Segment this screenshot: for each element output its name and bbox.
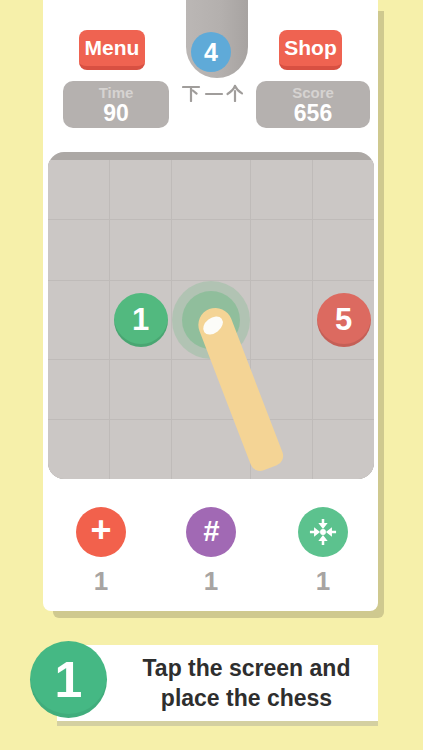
cell-r2c3[interactable] bbox=[172, 220, 250, 279]
powerup-collapse: 1 bbox=[298, 507, 348, 597]
cell-r3c4[interactable] bbox=[251, 281, 312, 359]
score-label: Score bbox=[256, 85, 370, 101]
cell-r5c2[interactable] bbox=[110, 420, 171, 479]
shop-button[interactable]: Shop bbox=[279, 30, 342, 70]
plus-icon: + bbox=[90, 512, 111, 552]
cell-r1c5[interactable] bbox=[313, 160, 374, 219]
hash-powerup-count: 1 bbox=[186, 566, 236, 597]
time-box: Time 90 bbox=[63, 81, 169, 128]
time-label: Time bbox=[63, 85, 169, 101]
powerup-plus: + 1 bbox=[76, 507, 126, 597]
score-box: Score 656 bbox=[256, 81, 370, 128]
cell-r1c4[interactable] bbox=[251, 160, 312, 219]
tutorial-text-line1: Tap the screen and bbox=[125, 653, 368, 683]
cell-r5c1[interactable] bbox=[48, 420, 109, 479]
cell-r2c1[interactable] bbox=[48, 220, 109, 279]
chess-piece-5[interactable]: 5 bbox=[317, 293, 371, 347]
collapse-powerup-count: 1 bbox=[298, 566, 348, 597]
chess-piece-1[interactable]: 1 bbox=[114, 293, 168, 347]
next-label-chinese bbox=[182, 84, 244, 102]
cell-r2c4[interactable] bbox=[251, 220, 312, 279]
cell-r1c2[interactable] bbox=[110, 160, 171, 219]
tutorial-step-number: 1 bbox=[30, 641, 107, 718]
tutorial-text-line2: place the chess bbox=[125, 683, 368, 713]
collapse-powerup-button[interactable] bbox=[298, 507, 348, 557]
score-value: 656 bbox=[256, 101, 370, 125]
cell-r4c2[interactable] bbox=[110, 360, 171, 419]
cell-r4c5[interactable] bbox=[313, 360, 374, 419]
app-screenshot: Menu Shop 4 Time 90 Score 656 15 bbox=[0, 0, 423, 750]
powerup-hash: # 1 bbox=[186, 507, 236, 597]
next-piece-value: 4 bbox=[191, 32, 231, 72]
cell-r5c5[interactable] bbox=[313, 420, 374, 479]
cell-r3c2[interactable]: 1 bbox=[110, 281, 171, 359]
cell-r1c3[interactable] bbox=[172, 160, 250, 219]
menu-button[interactable]: Menu bbox=[79, 30, 145, 70]
cell-r2c5[interactable] bbox=[313, 220, 374, 279]
cell-r3c5[interactable]: 5 bbox=[313, 281, 374, 359]
game-screen-card: Menu Shop 4 Time 90 Score 656 15 bbox=[43, 0, 378, 611]
collapse-arrows-icon bbox=[307, 516, 339, 548]
cell-r3c1[interactable] bbox=[48, 281, 109, 359]
plus-powerup-count: 1 bbox=[76, 566, 126, 597]
hash-powerup-button[interactable]: # bbox=[186, 507, 236, 557]
cell-r4c1[interactable] bbox=[48, 360, 109, 419]
cell-r1c1[interactable] bbox=[48, 160, 109, 219]
hash-icon: # bbox=[203, 517, 219, 548]
next-piece-tube: 4 bbox=[186, 0, 248, 78]
time-value: 90 bbox=[63, 101, 169, 125]
cell-r2c2[interactable] bbox=[110, 220, 171, 279]
plus-powerup-button[interactable]: + bbox=[76, 507, 126, 557]
